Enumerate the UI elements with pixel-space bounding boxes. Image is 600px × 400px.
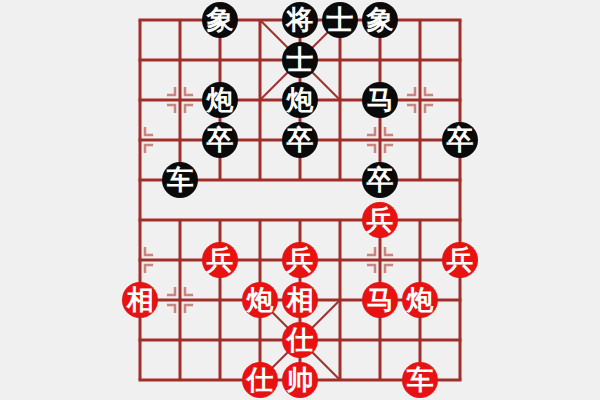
piece-black-soldier[interactable]: 卒	[442, 122, 478, 158]
piece-red-advisor[interactable]: 仕	[282, 322, 318, 358]
piece-black-cannon[interactable]: 炮	[282, 82, 318, 118]
piece-red-soldier[interactable]: 兵	[442, 242, 478, 278]
piece-black-general[interactable]: 将	[282, 2, 318, 38]
piece-black-soldier[interactable]: 卒	[282, 122, 318, 158]
piece-black-horse[interactable]: 马	[362, 82, 398, 118]
piece-red-chariot[interactable]: 车	[402, 362, 438, 398]
piece-black-soldier[interactable]: 卒	[362, 162, 398, 198]
piece-red-elephant[interactable]: 相	[122, 282, 158, 318]
piece-red-general[interactable]: 帅	[282, 362, 318, 398]
piece-black-advisor[interactable]: 士	[322, 2, 358, 38]
piece-red-soldier[interactable]: 兵	[202, 242, 238, 278]
piece-black-advisor[interactable]: 士	[282, 42, 318, 78]
piece-black-soldier[interactable]: 卒	[202, 122, 238, 158]
piece-red-soldier[interactable]: 兵	[282, 242, 318, 278]
xiangqi-board: 象将士象士炮炮马卒卒卒车卒兵兵兵兵相炮相马炮仕仕帅车	[0, 0, 600, 400]
piece-black-elephant[interactable]: 象	[362, 2, 398, 38]
piece-black-elephant[interactable]: 象	[202, 2, 238, 38]
piece-red-cannon[interactable]: 炮	[242, 282, 278, 318]
piece-black-cannon[interactable]: 炮	[202, 82, 238, 118]
piece-red-advisor[interactable]: 仕	[242, 362, 278, 398]
board[interactable]: 象将士象士炮炮马卒卒卒车卒兵兵兵兵相炮相马炮仕仕帅车	[120, 0, 480, 400]
piece-red-horse[interactable]: 马	[362, 282, 398, 318]
piece-red-cannon[interactable]: 炮	[402, 282, 438, 318]
piece-red-elephant[interactable]: 相	[282, 282, 318, 318]
piece-red-soldier[interactable]: 兵	[362, 202, 398, 238]
piece-black-chariot[interactable]: 车	[162, 162, 198, 198]
